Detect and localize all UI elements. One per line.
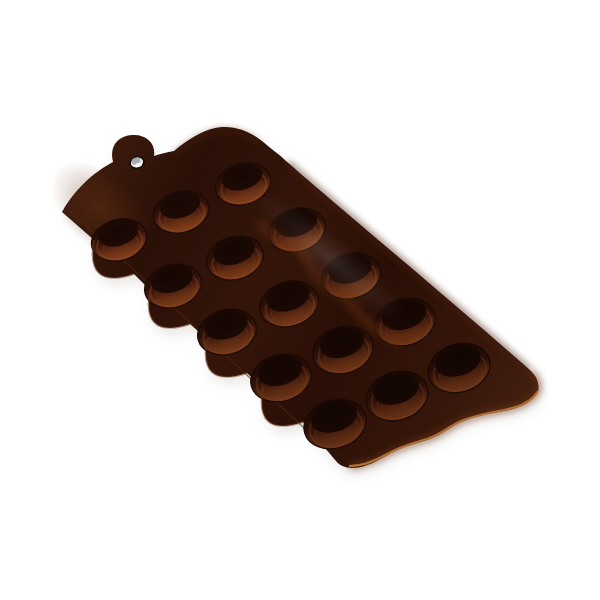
chocolate-mold-photo: [0, 0, 600, 600]
photo-canvas: [0, 0, 600, 600]
